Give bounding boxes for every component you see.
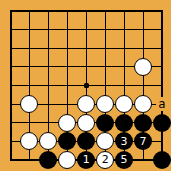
intersection[interactable] — [115, 39, 134, 58]
point-label-a: a — [156, 97, 167, 111]
intersection[interactable] — [1, 39, 20, 58]
move-2-stone: 2 — [96, 151, 114, 169]
intersection[interactable] — [134, 39, 153, 58]
intersection[interactable] — [153, 20, 171, 39]
intersection[interactable] — [39, 2, 58, 21]
intersection[interactable] — [39, 39, 58, 58]
intersection[interactable] — [58, 39, 77, 58]
intersection[interactable] — [39, 57, 58, 76]
intersection[interactable] — [153, 132, 171, 151]
white-stone — [96, 132, 114, 150]
intersection[interactable] — [20, 113, 39, 132]
intersection[interactable] — [39, 113, 58, 132]
intersection[interactable] — [77, 132, 96, 151]
intersection[interactable] — [77, 20, 96, 39]
white-stone — [134, 95, 152, 113]
intersection[interactable] — [77, 39, 96, 58]
intersection[interactable] — [58, 20, 77, 39]
intersection[interactable] — [115, 113, 134, 132]
intersection[interactable] — [20, 150, 39, 169]
intersection[interactable] — [1, 113, 20, 132]
intersection[interactable] — [58, 57, 77, 76]
intersection[interactable] — [153, 76, 171, 95]
intersection[interactable] — [39, 20, 58, 39]
intersection[interactable] — [96, 113, 115, 132]
diagram-background: a37125 — [0, 0, 171, 171]
white-stone — [20, 132, 38, 150]
intersection[interactable] — [58, 95, 77, 114]
white-stone — [77, 114, 95, 132]
intersection[interactable] — [134, 57, 153, 76]
black-stone — [58, 132, 76, 150]
white-stone — [20, 95, 38, 113]
intersection[interactable] — [1, 150, 20, 169]
intersection[interactable] — [153, 150, 171, 169]
intersection[interactable] — [96, 2, 115, 21]
white-stone — [77, 95, 95, 113]
intersection[interactable] — [20, 39, 39, 58]
intersection[interactable] — [77, 57, 96, 76]
intersection[interactable] — [1, 57, 20, 76]
intersection[interactable]: 3 — [115, 132, 134, 151]
intersection[interactable] — [153, 39, 171, 58]
move-1-stone: 1 — [77, 151, 95, 169]
intersection[interactable] — [1, 76, 20, 95]
intersection[interactable] — [115, 57, 134, 76]
black-stone — [96, 114, 114, 132]
black-stone — [153, 114, 171, 132]
intersection[interactable] — [96, 39, 115, 58]
intersection[interactable] — [96, 76, 115, 95]
black-stone — [153, 151, 171, 169]
intersection[interactable] — [39, 150, 58, 169]
white-stone — [96, 95, 114, 113]
intersection[interactable] — [153, 2, 171, 21]
intersection[interactable] — [1, 132, 20, 151]
intersection[interactable] — [20, 95, 39, 114]
intersection[interactable] — [134, 2, 153, 21]
intersection[interactable] — [20, 20, 39, 39]
intersection[interactable] — [77, 2, 96, 21]
move-3-stone: 3 — [115, 132, 133, 150]
intersection[interactable] — [153, 57, 171, 76]
intersection[interactable] — [77, 95, 96, 114]
intersection[interactable] — [134, 76, 153, 95]
go-board[interactable]: a37125 — [0, 0, 171, 171]
intersection[interactable] — [115, 20, 134, 39]
intersection[interactable] — [58, 2, 77, 21]
intersection[interactable] — [20, 132, 39, 151]
intersection[interactable]: 1 — [77, 150, 96, 169]
intersection[interactable] — [115, 2, 134, 21]
move-5-stone: 5 — [115, 151, 133, 169]
intersection[interactable] — [115, 76, 134, 95]
white-stone — [58, 114, 76, 132]
intersection[interactable] — [20, 57, 39, 76]
intersection[interactable] — [20, 76, 39, 95]
black-stone — [77, 132, 95, 150]
intersection[interactable] — [96, 95, 115, 114]
intersection[interactable] — [58, 76, 77, 95]
intersection[interactable] — [1, 95, 20, 114]
intersection[interactable] — [77, 76, 96, 95]
intersection[interactable] — [115, 95, 134, 114]
intersection[interactable] — [134, 150, 153, 169]
intersection[interactable] — [58, 150, 77, 169]
white-stone — [115, 95, 133, 113]
white-stone — [58, 151, 76, 169]
intersection[interactable] — [134, 95, 153, 114]
intersection[interactable] — [39, 95, 58, 114]
intersection[interactable] — [1, 20, 20, 39]
intersection[interactable] — [134, 113, 153, 132]
intersection[interactable]: 5 — [115, 150, 134, 169]
intersection[interactable] — [134, 20, 153, 39]
intersection[interactable] — [96, 132, 115, 151]
intersection[interactable]: 2 — [96, 150, 115, 169]
intersection[interactable] — [96, 57, 115, 76]
intersection[interactable] — [96, 20, 115, 39]
intersection[interactable] — [39, 76, 58, 95]
white-stone — [134, 58, 152, 76]
intersection[interactable] — [58, 113, 77, 132]
board-intersections: a37125 — [1, 2, 171, 169]
intersection[interactable] — [39, 132, 58, 151]
move-7-stone: 7 — [134, 132, 152, 150]
intersection[interactable]: a — [153, 95, 171, 114]
white-stone — [39, 132, 57, 150]
intersection[interactable] — [58, 132, 77, 151]
black-stone — [134, 114, 152, 132]
intersection[interactable] — [77, 113, 96, 132]
black-stone — [115, 114, 133, 132]
intersection[interactable]: 7 — [134, 132, 153, 151]
intersection[interactable] — [153, 113, 171, 132]
black-stone — [39, 151, 57, 169]
intersection[interactable] — [1, 2, 20, 21]
intersection[interactable] — [20, 2, 39, 21]
